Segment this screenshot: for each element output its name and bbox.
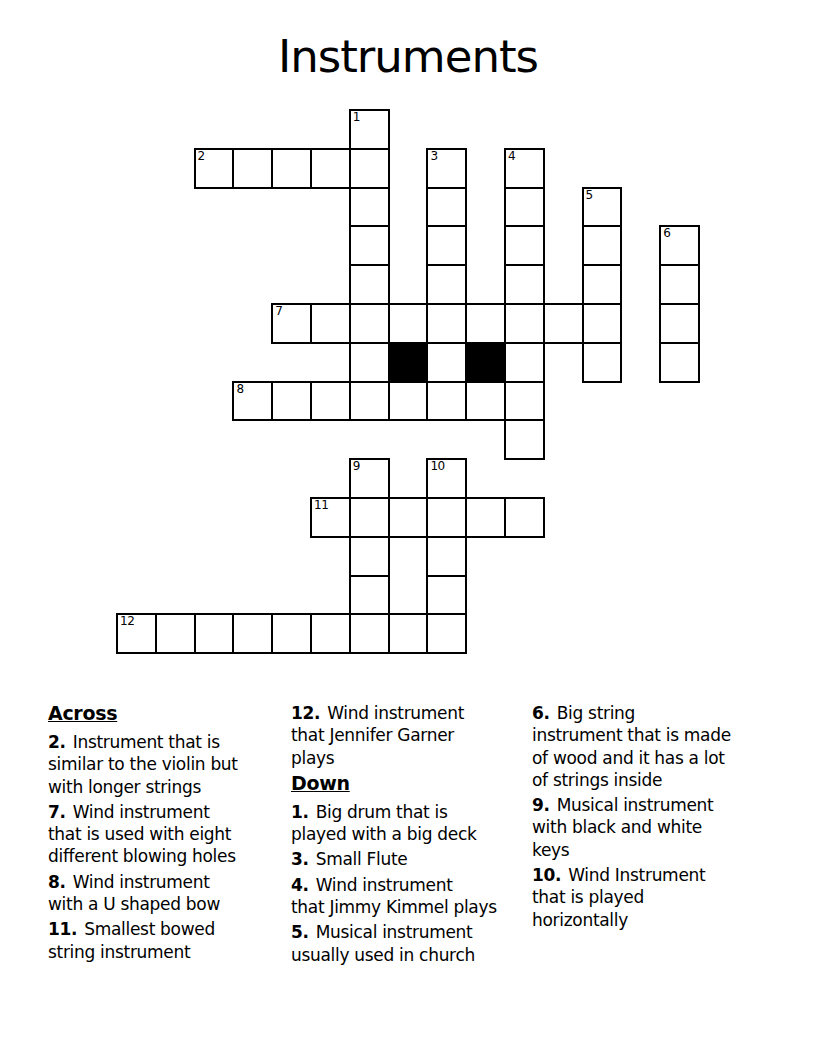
clue-6: 6.Big string instrument that is made of … (532, 702, 772, 791)
clue-8: 8.Wind instrument with a U shaped bow (48, 871, 288, 916)
clue-3: 3.Small Flute (291, 848, 531, 870)
clue-text: Wind instrument that Jimmy Kimmel plays (291, 875, 497, 917)
clues-heading-down: Down (291, 772, 531, 794)
clue-number-label: 7. (48, 802, 66, 822)
grid-cell-r5c6[interactable] (349, 303, 390, 344)
grid-cell-r6c14[interactable] (659, 342, 700, 383)
grid-cell-r11c8[interactable] (426, 536, 467, 577)
clue-column-1: Across2.Instrument that is similar to th… (48, 702, 288, 966)
black-cell-r6c9 (465, 342, 506, 383)
clue-column-2: 12.Wind instrument that Jennifer Garner … (291, 702, 531, 969)
clue-4: 4.Wind instrument that Jimmy Kimmel play… (291, 874, 531, 919)
clue-number-label: 4. (291, 875, 309, 895)
clue-column-3: 6.Big string instrument that is made of … (532, 702, 772, 934)
grid-cell-r1c3[interactable] (232, 148, 273, 189)
grid-cell-r4c10[interactable] (504, 264, 545, 305)
grid-cell-r10c6[interactable] (349, 497, 390, 538)
grid-cell-r7c7[interactable] (388, 381, 429, 422)
clue-text: Big drum that is played with a big deck (291, 802, 477, 844)
grid-cell-r5c10[interactable] (504, 303, 545, 344)
clue-text: Wind instrument that is used with eight … (48, 802, 236, 867)
clue-text: Musical instrument with black and white … (532, 795, 713, 860)
clue-number-label: 1. (291, 802, 309, 822)
grid-cell-r8c10[interactable] (504, 419, 545, 460)
clue-number-label: 10. (532, 865, 561, 885)
grid-cell-r2c10[interactable] (504, 187, 545, 228)
grid-cell-r12c8[interactable] (426, 575, 467, 616)
clues-heading-across: Across (48, 702, 288, 724)
grid-cell-r3c6[interactable] (349, 225, 390, 266)
grid-cell-r5c5[interactable] (310, 303, 351, 344)
grid-cell-r6c10[interactable] (504, 342, 545, 383)
clue-9: 9.Musical instrument with black and whit… (532, 794, 772, 861)
grid-cell-r13c7[interactable] (388, 613, 429, 654)
grid-cell-r1c4[interactable] (271, 148, 312, 189)
black-cell-r6c7 (388, 342, 429, 383)
cell-number-10: 10 (430, 460, 444, 473)
grid-cell-r3c8[interactable] (426, 225, 467, 266)
grid-cell-r4c6[interactable] (349, 264, 390, 305)
clue-number-label: 6. (532, 703, 550, 723)
grid-cell-r10c10[interactable] (504, 497, 545, 538)
clue-10: 10.Wind Instrument that is played horizo… (532, 864, 772, 931)
grid-cell-r13c8[interactable] (426, 613, 467, 654)
clue-text: Musical instrument usually used in churc… (291, 922, 475, 964)
grid-cell-r7c6[interactable] (349, 381, 390, 422)
grid-cell-r5c8[interactable] (426, 303, 467, 344)
crossword-page: { "game": "crossword", "title": "Instrum… (0, 0, 816, 1056)
grid-cell-r4c12[interactable] (582, 264, 623, 305)
cell-number-1: 1 (353, 111, 360, 124)
grid-cell-r5c12[interactable] (582, 303, 623, 344)
grid-cell-r13c1[interactable] (155, 613, 196, 654)
grid-cell-r5c11[interactable] (543, 303, 584, 344)
grid-cell-r6c6[interactable] (349, 342, 390, 383)
clue-text: Instrument that is similar to the violin… (48, 732, 238, 797)
grid-cell-r7c9[interactable] (465, 381, 506, 422)
cell-number-5: 5 (586, 189, 593, 202)
cell-number-9: 9 (353, 460, 360, 473)
grid-cell-r7c5[interactable] (310, 381, 351, 422)
grid-cell-r13c2[interactable] (194, 613, 235, 654)
grid-cell-r13c3[interactable] (232, 613, 273, 654)
cell-number-8: 8 (236, 383, 243, 396)
cell-number-6: 6 (663, 227, 670, 240)
grid-cell-r5c14[interactable] (659, 303, 700, 344)
grid-cell-r5c9[interactable] (465, 303, 506, 344)
clue-2: 2.Instrument that is similar to the viol… (48, 731, 288, 798)
cell-number-11: 11 (314, 499, 328, 512)
grid-cell-r7c10[interactable] (504, 381, 545, 422)
grid-cell-r1c5[interactable] (310, 148, 351, 189)
grid-cell-r7c4[interactable] (271, 381, 312, 422)
grid-cell-r13c5[interactable] (310, 613, 351, 654)
cell-number-4: 4 (508, 150, 515, 163)
clue-number-label: 5. (291, 922, 309, 942)
cell-number-7: 7 (275, 305, 282, 318)
grid-cell-r10c9[interactable] (465, 497, 506, 538)
grid-cell-r11c6[interactable] (349, 536, 390, 577)
grid-cell-r13c4[interactable] (271, 613, 312, 654)
cell-number-12: 12 (120, 615, 134, 628)
clue-12: 12.Wind instrument that Jennifer Garner … (291, 702, 531, 769)
puzzle-title: Instruments (0, 30, 816, 83)
grid-cell-r3c12[interactable] (582, 225, 623, 266)
grid-cell-r2c8[interactable] (426, 187, 467, 228)
clue-number-label: 2. (48, 732, 66, 752)
grid-cell-r7c8[interactable] (426, 381, 467, 422)
clue-number-label: 3. (291, 849, 309, 869)
clue-1: 1.Big drum that is played with a big dec… (291, 801, 531, 846)
clue-text: Small Flute (316, 849, 408, 869)
grid-cell-r3c10[interactable] (504, 225, 545, 266)
grid-cell-r5c7[interactable] (388, 303, 429, 344)
clue-number-label: 12. (291, 703, 320, 723)
clue-number-label: 9. (532, 795, 550, 815)
grid-cell-r4c14[interactable] (659, 264, 700, 305)
grid-cell-r1c6[interactable] (349, 148, 390, 189)
clue-11: 11.Smallest bowed string instrument (48, 918, 288, 963)
cell-number-2: 2 (198, 150, 205, 163)
clue-text: Big string instrument that is made of wo… (532, 703, 731, 790)
grid-cell-r10c8[interactable] (426, 497, 467, 538)
grid-cell-r2c6[interactable] (349, 187, 390, 228)
clue-number-label: 11. (48, 919, 77, 939)
clue-text: Wind instrument with a U shaped bow (48, 872, 220, 914)
grid-cell-r6c8[interactable] (426, 342, 467, 383)
grid-cell-r12c6[interactable] (349, 575, 390, 616)
grid-cell-r6c12[interactable] (582, 342, 623, 383)
grid-cell-r4c8[interactable] (426, 264, 467, 305)
clue-7: 7.Wind instrument that is used with eigh… (48, 801, 288, 868)
cell-number-3: 3 (430, 150, 437, 163)
clue-number-label: 8. (48, 872, 66, 892)
grid-cell-r10c7[interactable] (388, 497, 429, 538)
crossword-grid: 123456789101112 (117, 110, 701, 655)
clue-5: 5.Musical instrument usually used in chu… (291, 921, 531, 966)
grid-cell-r13c6[interactable] (349, 613, 390, 654)
